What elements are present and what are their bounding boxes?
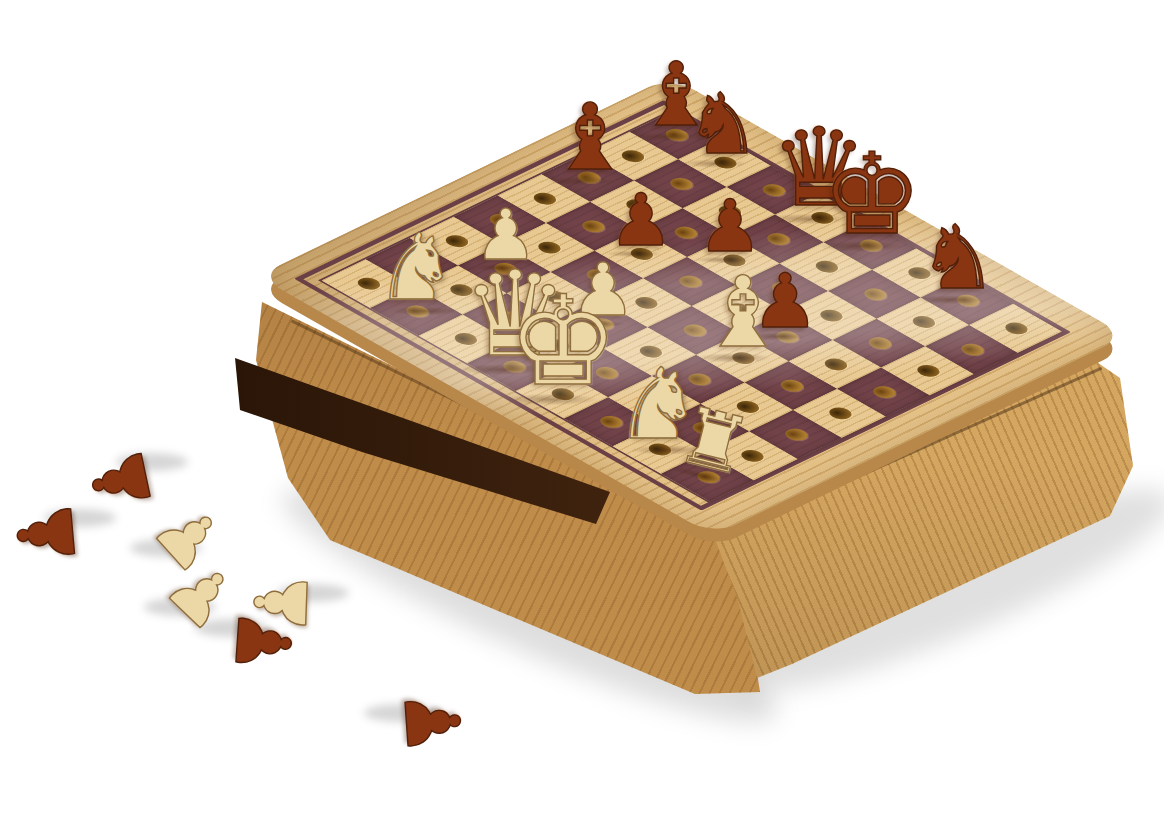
loose-dark-pawn[interactable]: ♟ [224,606,302,677]
white-king-e1[interactable]: ♚ [507,279,618,403]
loose-dark-pawn[interactable]: ♟ [77,440,163,520]
dark-bishop-a6[interactable]: ♝ [549,92,631,184]
dark-pawn-c5[interactable]: ♟ [609,184,674,256]
travel-chess-set-photo: ♝♞♛♚♞♝♟♟♟♞♟♛♚♟♝♞♜♟♟♟♟♟♟♟ [0,0,1164,831]
white-bishop-f4[interactable]: ♝ [699,263,787,361]
dark-knight-b8[interactable]: ♞ [685,82,760,166]
dark-pawn-d6[interactable]: ♟ [698,190,763,262]
white-knight-b1[interactable]: ♞ [375,222,457,314]
loose-dark-pawn[interactable]: ♟ [393,687,471,758]
dark-king-e8[interactable]: ♚ [822,138,922,250]
loose-dark-pawn[interactable]: ♟ [6,496,88,571]
dark-knight-g8[interactable]: ♞ [919,214,998,302]
